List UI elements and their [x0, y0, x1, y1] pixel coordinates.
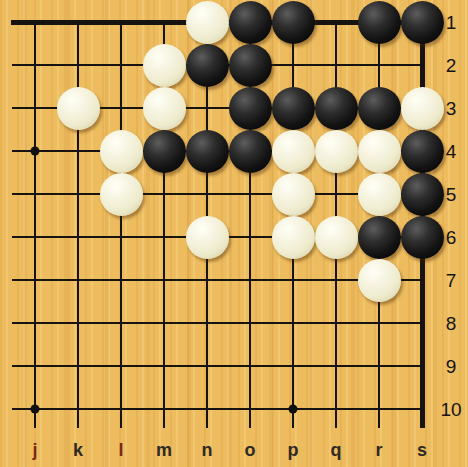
intersection-o7[interactable]: [229, 259, 272, 302]
intersection-l8[interactable]: [100, 302, 143, 345]
stone-black-m4: [143, 130, 186, 173]
stone-white-k3: [57, 87, 100, 130]
intersection-r6: [358, 216, 401, 259]
board-intersections: [14, 1, 444, 431]
row-label-1: 1: [446, 13, 457, 32]
intersection-s7[interactable]: [401, 259, 444, 302]
intersection-r7: [358, 259, 401, 302]
intersection-k9[interactable]: [57, 345, 100, 388]
intersection-l2[interactable]: [100, 44, 143, 87]
column-label-r: r: [375, 441, 382, 459]
intersection-s4: [401, 130, 444, 173]
intersection-s8[interactable]: [401, 302, 444, 345]
intersection-r4: [358, 130, 401, 173]
intersection-n7[interactable]: [186, 259, 229, 302]
column-label-n: n: [202, 441, 213, 459]
intersection-q4: [315, 130, 358, 173]
intersection-o8[interactable]: [229, 302, 272, 345]
intersection-m5[interactable]: [143, 173, 186, 216]
intersection-r1: [358, 1, 401, 44]
row-label-6: 6: [446, 228, 457, 247]
intersection-p7[interactable]: [272, 259, 315, 302]
intersection-n10[interactable]: [186, 388, 229, 431]
star-point-p10: [289, 405, 298, 414]
intersection-l1[interactable]: [100, 1, 143, 44]
intersection-p1: [272, 1, 315, 44]
intersection-o2: [229, 44, 272, 87]
stone-white-p6: [272, 216, 315, 259]
intersection-p5: [272, 173, 315, 216]
row-label-9: 9: [446, 357, 457, 376]
intersection-k2[interactable]: [57, 44, 100, 87]
intersection-r9[interactable]: [358, 345, 401, 388]
stone-black-r6: [358, 216, 401, 259]
intersection-q3: [315, 87, 358, 130]
intersection-j4[interactable]: [14, 130, 57, 173]
stone-black-o3: [229, 87, 272, 130]
intersection-r10[interactable]: [358, 388, 401, 431]
intersection-l4: [100, 130, 143, 173]
stone-white-s3: [401, 87, 444, 130]
column-label-l: l: [118, 441, 123, 459]
intersection-j1[interactable]: [14, 1, 57, 44]
stone-black-q3: [315, 87, 358, 130]
stone-white-l5: [100, 173, 143, 216]
intersection-k7[interactable]: [57, 259, 100, 302]
stone-black-s1: [401, 1, 444, 44]
intersection-j6[interactable]: [14, 216, 57, 259]
column-label-q: q: [331, 441, 342, 459]
intersection-s5: [401, 173, 444, 216]
intersection-s3: [401, 87, 444, 130]
intersection-j8[interactable]: [14, 302, 57, 345]
intersection-o10[interactable]: [229, 388, 272, 431]
intersection-o9[interactable]: [229, 345, 272, 388]
column-label-p: p: [288, 441, 299, 459]
column-label-s: s: [417, 441, 427, 459]
intersection-l10[interactable]: [100, 388, 143, 431]
intersection-p10[interactable]: [272, 388, 315, 431]
intersection-s2[interactable]: [401, 44, 444, 87]
intersection-o3: [229, 87, 272, 130]
intersection-m1[interactable]: [143, 1, 186, 44]
intersection-j10[interactable]: [14, 388, 57, 431]
stone-black-n4: [186, 130, 229, 173]
intersection-j9[interactable]: [14, 345, 57, 388]
intersection-k6[interactable]: [57, 216, 100, 259]
intersection-m3: [143, 87, 186, 130]
stone-black-s4: [401, 130, 444, 173]
column-label-k: k: [73, 441, 83, 459]
star-point-j10: [31, 405, 40, 414]
intersection-k8[interactable]: [57, 302, 100, 345]
intersection-n4: [186, 130, 229, 173]
intersection-s6: [401, 216, 444, 259]
intersection-q9[interactable]: [315, 345, 358, 388]
intersection-p3: [272, 87, 315, 130]
column-label-o: o: [245, 441, 256, 459]
intersection-l5: [100, 173, 143, 216]
stone-white-q6: [315, 216, 358, 259]
go-board: jklmnopqrs12345678910: [0, 0, 468, 467]
column-label-m: m: [156, 441, 172, 459]
intersection-k4[interactable]: [57, 130, 100, 173]
stone-white-n6: [186, 216, 229, 259]
intersection-n2: [186, 44, 229, 87]
intersection-j7[interactable]: [14, 259, 57, 302]
intersection-p4: [272, 130, 315, 173]
stone-black-s5: [401, 173, 444, 216]
intersection-k3: [57, 87, 100, 130]
intersection-m6[interactable]: [143, 216, 186, 259]
intersection-n6: [186, 216, 229, 259]
column-label-j: j: [32, 441, 37, 459]
stone-black-p3: [272, 87, 315, 130]
intersection-n5[interactable]: [186, 173, 229, 216]
intersection-q10[interactable]: [315, 388, 358, 431]
intersection-o5[interactable]: [229, 173, 272, 216]
row-label-5: 5: [446, 185, 457, 204]
stone-black-s6: [401, 216, 444, 259]
row-label-7: 7: [446, 271, 457, 290]
intersection-k1[interactable]: [57, 1, 100, 44]
intersection-m4: [143, 130, 186, 173]
intersection-m10[interactable]: [143, 388, 186, 431]
stone-black-o2: [229, 44, 272, 87]
stone-white-p5: [272, 173, 315, 216]
intersection-m8[interactable]: [143, 302, 186, 345]
row-label-2: 2: [446, 56, 457, 75]
intersection-l6[interactable]: [100, 216, 143, 259]
intersection-q1[interactable]: [315, 1, 358, 44]
stone-white-r7: [358, 259, 401, 302]
intersection-p2[interactable]: [272, 44, 315, 87]
stone-white-r4: [358, 130, 401, 173]
intersection-q8[interactable]: [315, 302, 358, 345]
row-label-10: 10: [440, 400, 461, 419]
intersection-q6: [315, 216, 358, 259]
intersection-n1: [186, 1, 229, 44]
intersection-j3[interactable]: [14, 87, 57, 130]
intersection-o4: [229, 130, 272, 173]
stone-white-m3: [143, 87, 186, 130]
intersection-l9[interactable]: [100, 345, 143, 388]
row-label-8: 8: [446, 314, 457, 333]
intersection-n8[interactable]: [186, 302, 229, 345]
stone-black-n2: [186, 44, 229, 87]
row-label-3: 3: [446, 99, 457, 118]
intersection-j2[interactable]: [14, 44, 57, 87]
intersection-k10[interactable]: [57, 388, 100, 431]
intersection-p9[interactable]: [272, 345, 315, 388]
stone-white-r5: [358, 173, 401, 216]
intersection-s10[interactable]: [401, 388, 444, 431]
row-label-4: 4: [446, 142, 457, 161]
intersection-q2[interactable]: [315, 44, 358, 87]
intersection-m2: [143, 44, 186, 87]
intersection-s1: [401, 1, 444, 44]
intersection-r2[interactable]: [358, 44, 401, 87]
stone-black-p1: [272, 1, 315, 44]
star-point-j4: [31, 147, 40, 156]
stone-white-n1: [186, 1, 229, 44]
stone-white-p4: [272, 130, 315, 173]
intersection-q7[interactable]: [315, 259, 358, 302]
stone-black-r1: [358, 1, 401, 44]
intersection-r3: [358, 87, 401, 130]
intersection-l7[interactable]: [100, 259, 143, 302]
intersection-o1: [229, 1, 272, 44]
intersection-l3[interactable]: [100, 87, 143, 130]
intersection-p8[interactable]: [272, 302, 315, 345]
intersection-s9[interactable]: [401, 345, 444, 388]
intersection-j5[interactable]: [14, 173, 57, 216]
intersection-m7[interactable]: [143, 259, 186, 302]
intersection-p6: [272, 216, 315, 259]
intersection-r5: [358, 173, 401, 216]
intersection-k5[interactable]: [57, 173, 100, 216]
intersection-n3[interactable]: [186, 87, 229, 130]
stone-white-m2: [143, 44, 186, 87]
stone-black-o1: [229, 1, 272, 44]
intersection-q5[interactable]: [315, 173, 358, 216]
stone-black-o4: [229, 130, 272, 173]
stone-black-r3: [358, 87, 401, 130]
intersection-r8[interactable]: [358, 302, 401, 345]
intersection-m9[interactable]: [143, 345, 186, 388]
intersection-n9[interactable]: [186, 345, 229, 388]
intersection-o6[interactable]: [229, 216, 272, 259]
stone-white-q4: [315, 130, 358, 173]
stone-white-l4: [100, 130, 143, 173]
